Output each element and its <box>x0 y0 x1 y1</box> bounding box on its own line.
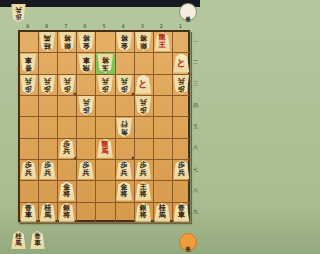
piece-kanji: 将 <box>102 56 109 64</box>
square-1d[interactable] <box>173 96 192 117</box>
piece-kanji: 歩 <box>15 13 22 20</box>
sente-hand[interactable]: 桂馬香車 <box>11 230 71 252</box>
piece-kanji: 桂 <box>44 42 51 50</box>
square-1a[interactable] <box>173 32 192 53</box>
rank-label-3: 三 <box>191 80 200 86</box>
file-label-1: 1 <box>175 23 185 29</box>
piece-kanji: 将 <box>140 191 147 199</box>
piece-kanji: 将 <box>140 34 147 42</box>
square-1h[interactable] <box>173 181 192 202</box>
star-point <box>74 93 77 96</box>
file-label-3: 3 <box>137 23 147 29</box>
rank-label-4: 四 <box>191 102 200 108</box>
piece-kanji: 兵 <box>44 170 51 178</box>
square-9h[interactable] <box>20 181 39 202</box>
square-4i[interactable] <box>116 203 135 224</box>
piece-kanji: 将 <box>63 34 70 42</box>
square-3e[interactable] <box>135 117 154 138</box>
piece-kanji: 歩 <box>82 106 89 114</box>
square-8b[interactable] <box>39 53 58 74</box>
square-2h[interactable] <box>154 181 173 202</box>
square-5a[interactable] <box>96 32 115 53</box>
piece-kanji: 馬 <box>44 212 51 220</box>
file-label-8: 8 <box>42 23 52 29</box>
file-label-2: 2 <box>156 23 166 29</box>
square-2f[interactable] <box>154 139 173 160</box>
square-1e[interactable] <box>173 117 192 138</box>
piece-kanji: 香 <box>25 63 32 71</box>
piece-kanji: 金 <box>121 42 128 50</box>
square-9a[interactable] <box>20 32 39 53</box>
square-5h[interactable] <box>96 181 115 202</box>
square-9e[interactable] <box>20 117 39 138</box>
piece-kanji: 馬 <box>159 212 166 220</box>
piece-kanji: 歩 <box>25 84 32 92</box>
square-2b[interactable] <box>154 53 173 74</box>
piece-kanji: 車 <box>34 240 41 247</box>
square-7g[interactable] <box>58 160 77 181</box>
square-2g[interactable] <box>154 160 173 181</box>
square-6h[interactable] <box>77 181 96 202</box>
piece-kanji: 王 <box>159 42 166 50</box>
rank-label-9: 九 <box>191 208 200 214</box>
piece-kanji: 車 <box>25 212 32 220</box>
piece-kanji: 馬 <box>102 148 109 156</box>
square-8f[interactable] <box>39 139 58 160</box>
square-1f[interactable] <box>173 139 192 160</box>
rank-label-1: 一 <box>191 38 200 44</box>
square-4d[interactable] <box>116 96 135 117</box>
square-9f[interactable] <box>20 139 39 160</box>
square-7e[interactable] <box>58 117 77 138</box>
square-5i[interactable] <box>96 203 115 224</box>
gote-player-badge: 後手 <box>179 3 197 21</box>
file-label-6: 6 <box>80 23 90 29</box>
piece-kanji: 兵 <box>140 170 147 178</box>
rank-label-6: 六 <box>191 144 200 150</box>
piece-kanji: 兵 <box>15 6 22 13</box>
sente-hand-piece-lance[interactable]: 香車 <box>30 231 45 249</box>
file-label-5: 5 <box>99 23 109 29</box>
piece-kanji: 飛 <box>82 63 89 71</box>
square-4b[interactable] <box>116 53 135 74</box>
piece-kanji: 歩 <box>178 84 185 92</box>
file-label-9: 9 <box>23 23 33 29</box>
piece-kanji: 角 <box>121 127 128 135</box>
square-8d[interactable] <box>39 96 58 117</box>
square-2d[interactable] <box>154 96 173 117</box>
piece-kanji: と <box>177 58 186 68</box>
square-8h[interactable] <box>39 181 58 202</box>
square-3f[interactable] <box>135 139 154 160</box>
rank-label-5: 五 <box>191 123 200 129</box>
piece-kanji: 馬 <box>44 34 51 42</box>
piece-kanji: 歩 <box>140 106 147 114</box>
piece-kanji: 玉 <box>102 63 109 71</box>
piece-kanji: 車 <box>82 56 89 64</box>
piece-kanji: 兵 <box>140 98 147 106</box>
rank-label-8: 八 <box>191 187 200 193</box>
square-2e[interactable] <box>154 117 173 138</box>
square-8e[interactable] <box>39 117 58 138</box>
square-6c[interactable] <box>77 75 96 96</box>
piece-kanji: 車 <box>178 212 185 220</box>
rank-label-2: 二 <box>191 59 200 65</box>
file-label-4: 4 <box>118 23 128 29</box>
gote-hand-piece-pawn[interactable]: 歩兵 <box>11 4 26 22</box>
piece-kanji: 車 <box>25 56 32 64</box>
piece-kanji: 兵 <box>63 148 70 156</box>
piece-kanji: 兵 <box>63 77 70 85</box>
square-6f[interactable] <box>77 139 96 160</box>
piece-kanji: 兵 <box>82 170 89 178</box>
piece-kanji: 歩 <box>44 84 51 92</box>
piece-kanji: 兵 <box>178 77 185 85</box>
square-5e[interactable] <box>96 117 115 138</box>
piece-kanji: 兵 <box>121 77 128 85</box>
piece-kanji: 銀 <box>140 42 147 50</box>
square-9d[interactable] <box>20 96 39 117</box>
piece-kanji: と <box>139 79 148 89</box>
file-label-7: 7 <box>61 23 71 29</box>
piece-kanji: 将 <box>63 191 70 199</box>
square-3b[interactable] <box>135 53 154 74</box>
piece-kanji: 兵 <box>44 77 51 85</box>
piece-kanji: 将 <box>121 191 128 199</box>
piece-kanji: 馬 <box>15 240 22 247</box>
piece-kanji: 兵 <box>25 170 32 178</box>
piece-kanji: 兵 <box>178 170 185 178</box>
piece-kanji: 兵 <box>121 170 128 178</box>
piece-kanji: 将 <box>82 34 89 42</box>
piece-kanji: 兵 <box>82 98 89 106</box>
piece-kanji: 兵 <box>102 77 109 85</box>
piece-kanji: 兵 <box>25 77 32 85</box>
piece-kanji: 将 <box>121 34 128 42</box>
piece-kanji: 歩 <box>121 84 128 92</box>
square-7b[interactable] <box>58 53 77 74</box>
square-6i[interactable] <box>77 203 96 224</box>
square-5d[interactable] <box>96 96 115 117</box>
square-2c[interactable] <box>154 75 173 96</box>
piece-kanji: 金 <box>82 42 89 50</box>
piece-kanji: 将 <box>63 212 70 220</box>
piece-kanji: 歩 <box>63 84 70 92</box>
piece-kanji: 歩 <box>102 84 109 92</box>
piece-kanji: 銀 <box>63 42 70 50</box>
gote-hand[interactable]: 歩兵 <box>11 3 51 23</box>
star-point <box>131 157 134 160</box>
sente-player-badge: 先手 <box>179 233 197 251</box>
star-point <box>131 93 134 96</box>
piece-kanji: 将 <box>140 212 147 220</box>
shogi-app: { "game": "shogi", "position": { "sfen":… <box>0 0 200 254</box>
rank-label-7: 七 <box>191 166 200 172</box>
sente-hand-piece-knight[interactable]: 桂馬 <box>11 231 26 249</box>
square-7d[interactable] <box>58 96 77 117</box>
square-6e[interactable] <box>77 117 96 138</box>
shogi-board[interactable]: 桂馬銀将金将金将銀将龍王香車飛車玉将と歩兵歩兵歩兵歩兵歩兵と歩兵歩兵歩兵角行歩兵… <box>18 30 190 222</box>
square-5g[interactable] <box>96 160 115 181</box>
piece-kanji: 行 <box>121 120 128 128</box>
